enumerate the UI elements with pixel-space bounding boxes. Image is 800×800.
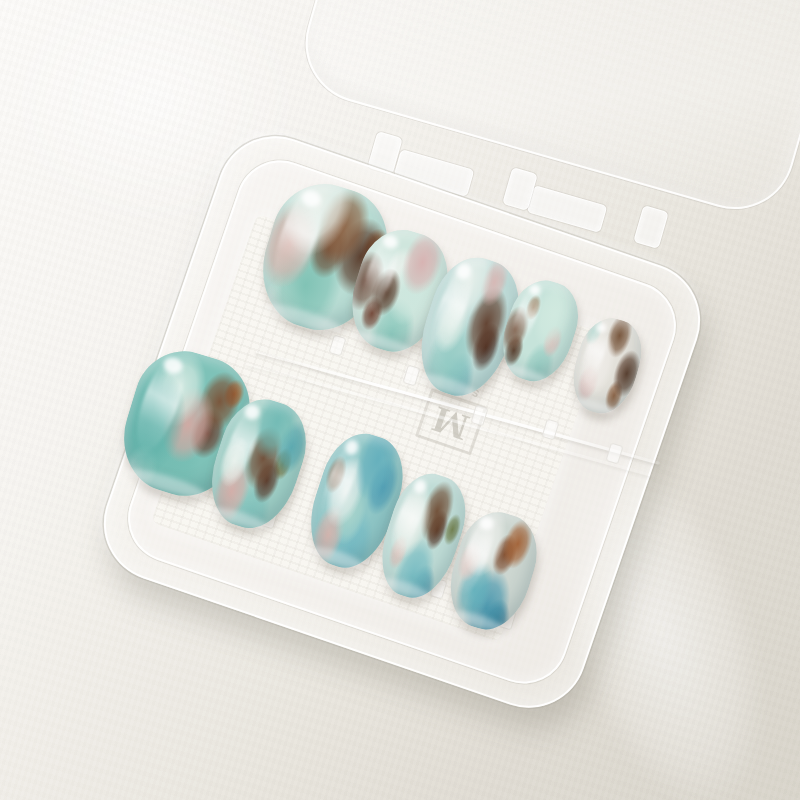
hinge-tab: [633, 205, 668, 249]
product-photo-scene: M SIZE: [0, 0, 800, 800]
nail-gloss: [127, 350, 195, 455]
